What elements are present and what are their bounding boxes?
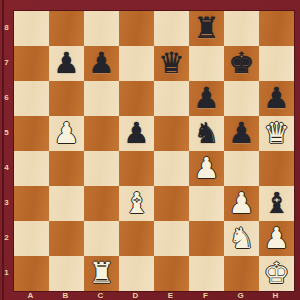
square-g6[interactable] [224, 81, 259, 116]
piece-white-pawn: ♟ [49, 116, 84, 151]
file-label-b: B [48, 290, 83, 300]
piece-white-king: ♚ [259, 256, 294, 291]
square-h5[interactable]: ♛ [259, 116, 294, 151]
square-h3[interactable]: ♝ [259, 186, 294, 221]
square-f6[interactable]: ♟ [189, 81, 224, 116]
file-label-h: H [258, 290, 293, 300]
piece-black-pawn: ♟ [189, 81, 224, 116]
piece-black-bishop: ♝ [259, 186, 294, 221]
square-d7[interactable] [119, 46, 154, 81]
square-b2[interactable] [49, 221, 84, 256]
file-label-c: C [83, 290, 118, 300]
file-labels: A B C D E F G H [13, 290, 295, 300]
square-c8[interactable] [84, 11, 119, 46]
square-g3[interactable]: ♟ [224, 186, 259, 221]
rank-label-3: 3 [0, 185, 13, 220]
square-a3[interactable] [14, 186, 49, 221]
square-h8[interactable] [259, 11, 294, 46]
piece-white-knight: ♞ [224, 221, 259, 256]
file-label-a: A [13, 290, 48, 300]
piece-white-rook: ♜ [84, 256, 119, 291]
square-c3[interactable] [84, 186, 119, 221]
square-e1[interactable] [154, 256, 189, 291]
square-a5[interactable] [14, 116, 49, 151]
piece-black-pawn: ♟ [84, 46, 119, 81]
piece-white-pawn: ♟ [224, 186, 259, 221]
rank-label-1: 1 [0, 255, 13, 290]
square-f8[interactable]: ♜ [189, 11, 224, 46]
square-g2[interactable]: ♞ [224, 221, 259, 256]
file-label-e: E [153, 290, 188, 300]
piece-black-knight: ♞ [189, 116, 224, 151]
square-h7[interactable] [259, 46, 294, 81]
square-g4[interactable] [224, 151, 259, 186]
square-c5[interactable] [84, 116, 119, 151]
piece-white-bishop: ♝ [119, 186, 154, 221]
square-a4[interactable] [14, 151, 49, 186]
square-a2[interactable] [14, 221, 49, 256]
square-e3[interactable] [154, 186, 189, 221]
square-d2[interactable] [119, 221, 154, 256]
square-g5[interactable]: ♟ [224, 116, 259, 151]
square-h2[interactable]: ♟ [259, 221, 294, 256]
rank-label-4: 4 [0, 150, 13, 185]
square-g8[interactable] [224, 11, 259, 46]
square-h4[interactable] [259, 151, 294, 186]
square-b1[interactable] [49, 256, 84, 291]
square-d3[interactable]: ♝ [119, 186, 154, 221]
piece-white-queen: ♛ [259, 116, 294, 151]
square-f1[interactable] [189, 256, 224, 291]
square-f7[interactable] [189, 46, 224, 81]
square-h1[interactable]: ♚ [259, 256, 294, 291]
square-b6[interactable] [49, 81, 84, 116]
square-b8[interactable] [49, 11, 84, 46]
square-f3[interactable] [189, 186, 224, 221]
square-a8[interactable] [14, 11, 49, 46]
rank-label-2: 2 [0, 220, 13, 255]
piece-black-pawn: ♟ [224, 116, 259, 151]
square-f4[interactable]: ♟ [189, 151, 224, 186]
piece-white-pawn: ♟ [259, 221, 294, 256]
rank-label-8: 8 [0, 10, 13, 45]
square-e7[interactable]: ♛ [154, 46, 189, 81]
square-a7[interactable] [14, 46, 49, 81]
square-d6[interactable] [119, 81, 154, 116]
piece-black-pawn: ♟ [49, 46, 84, 81]
square-h6[interactable]: ♟ [259, 81, 294, 116]
square-b3[interactable] [49, 186, 84, 221]
rank-label-7: 7 [0, 45, 13, 80]
square-g7[interactable]: ♚ [224, 46, 259, 81]
piece-black-king: ♚ [224, 46, 259, 81]
piece-black-queen: ♛ [154, 46, 189, 81]
square-d8[interactable] [119, 11, 154, 46]
piece-black-rook: ♜ [189, 11, 224, 46]
square-b4[interactable] [49, 151, 84, 186]
rank-label-5: 5 [0, 115, 13, 150]
square-d1[interactable] [119, 256, 154, 291]
square-e5[interactable] [154, 116, 189, 151]
square-c4[interactable] [84, 151, 119, 186]
square-e2[interactable] [154, 221, 189, 256]
square-c6[interactable] [84, 81, 119, 116]
square-g1[interactable] [224, 256, 259, 291]
piece-black-pawn: ♟ [119, 116, 154, 151]
square-a1[interactable] [14, 256, 49, 291]
board-frame: 8 7 6 5 4 3 2 1 ♜♟♟♛♚♟♟♟♟♞♟♛♟♝♟♝♞♟♜♚ A B… [0, 0, 300, 300]
piece-white-pawn: ♟ [189, 151, 224, 186]
square-d4[interactable] [119, 151, 154, 186]
square-b5[interactable]: ♟ [49, 116, 84, 151]
square-e8[interactable] [154, 11, 189, 46]
square-c7[interactable]: ♟ [84, 46, 119, 81]
square-d5[interactable]: ♟ [119, 116, 154, 151]
square-f5[interactable]: ♞ [189, 116, 224, 151]
square-f2[interactable] [189, 221, 224, 256]
rank-labels: 8 7 6 5 4 3 2 1 [0, 10, 13, 290]
rank-label-6: 6 [0, 80, 13, 115]
file-label-g: G [223, 290, 258, 300]
board: ♜♟♟♛♚♟♟♟♟♞♟♛♟♝♟♝♞♟♜♚ [13, 10, 295, 292]
square-e4[interactable] [154, 151, 189, 186]
square-c2[interactable] [84, 221, 119, 256]
square-a6[interactable] [14, 81, 49, 116]
piece-black-pawn: ♟ [259, 81, 294, 116]
file-label-d: D [118, 290, 153, 300]
square-c1[interactable]: ♜ [84, 256, 119, 291]
square-e6[interactable] [154, 81, 189, 116]
file-label-f: F [188, 290, 223, 300]
square-b7[interactable]: ♟ [49, 46, 84, 81]
